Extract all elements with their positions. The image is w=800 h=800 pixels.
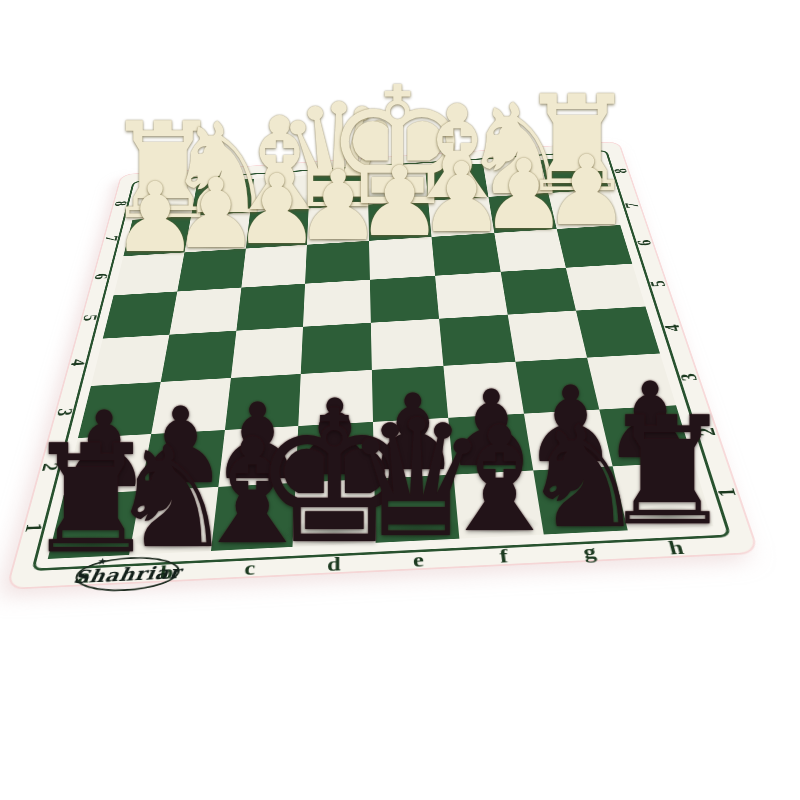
square-c5[interactable] xyxy=(236,284,305,331)
square-e5[interactable] xyxy=(370,276,439,323)
square-b4[interactable] xyxy=(161,331,236,382)
square-d5[interactable] xyxy=(303,280,371,327)
square-g5[interactable] xyxy=(500,268,576,315)
square-f5[interactable] xyxy=(435,272,507,319)
square-a5[interactable] xyxy=(103,292,177,339)
square-g4[interactable] xyxy=(507,311,587,362)
square-h4[interactable] xyxy=(576,306,660,357)
square-b5[interactable] xyxy=(169,288,241,335)
square-f4[interactable] xyxy=(439,315,515,366)
square-e4[interactable] xyxy=(371,319,443,370)
rank-label-right-4: 4 xyxy=(661,324,684,332)
square-a4[interactable] xyxy=(91,335,169,386)
rank-label-left-5: 5 xyxy=(80,314,100,321)
chess-set-photo: abcdefgh1122334455667788 ★ Shahriar ♜♞♝♛… xyxy=(0,0,800,800)
square-d4[interactable] xyxy=(301,323,372,374)
rank-label-right-5: 5 xyxy=(647,280,669,287)
rank-label-right-6: 6 xyxy=(634,239,655,246)
rank-label-left-4: 4 xyxy=(67,359,88,367)
piece-white-pawn-h7[interactable]: ♟ xyxy=(544,143,630,239)
square-h5[interactable] xyxy=(566,264,645,311)
piece-black-rook-h1[interactable]: ♜ xyxy=(601,396,735,545)
rank-label-left-6: 6 xyxy=(92,273,111,280)
